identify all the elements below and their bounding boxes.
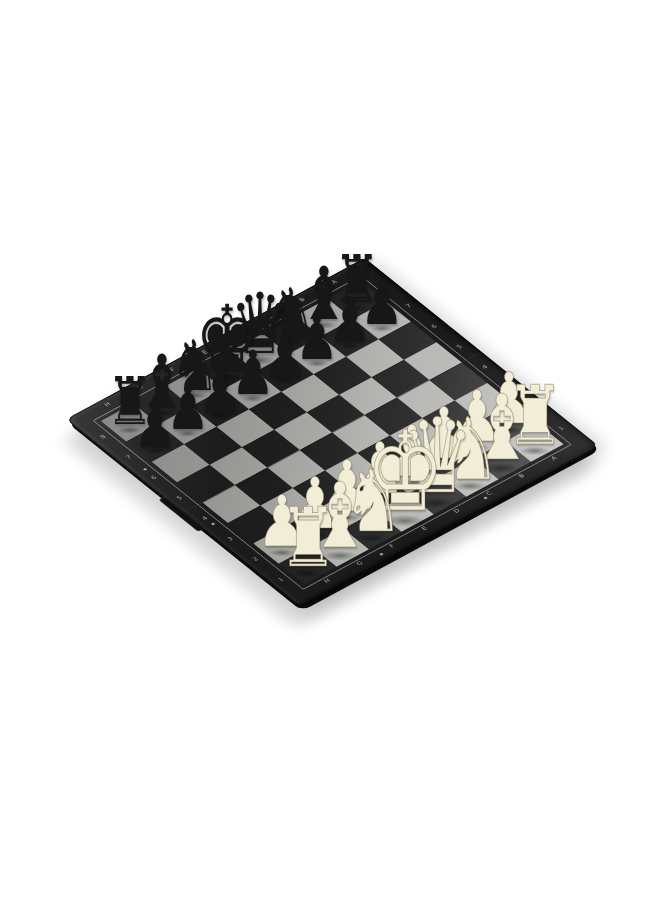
piece-black-pawn-h7[interactable]: ♟: [133, 395, 177, 456]
rivet-icon: [143, 468, 148, 471]
product-photo-scene: HGFEDCBA HGFEDCBA 87654321 87654321 ♜♝♟♞…: [0, 0, 660, 900]
rivet-icon: [211, 522, 216, 525]
piece-white-rook-h1[interactable]: ♜: [278, 497, 337, 579]
rivet-icon: [379, 553, 384, 556]
